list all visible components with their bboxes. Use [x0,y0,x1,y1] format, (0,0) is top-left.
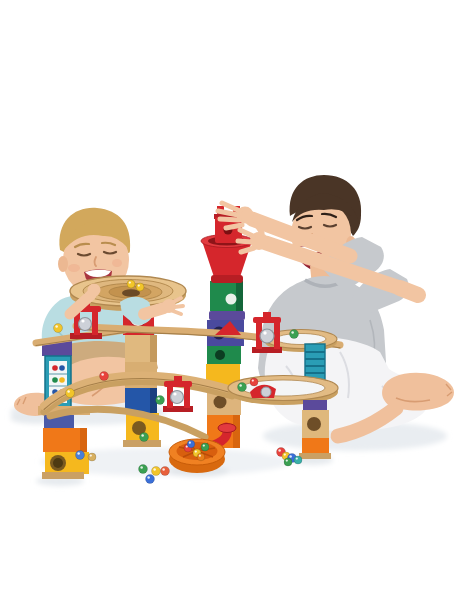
marble [290,330,299,339]
wood-cube-1-side [150,335,157,362]
gate-post [92,310,98,335]
bell-gate-middle [163,376,193,412]
bead [52,377,58,383]
bead [59,365,65,371]
marble-highlight [284,453,286,455]
bead [59,377,65,383]
marble-highlight [189,442,191,444]
spiral-support-column [123,335,161,447]
marble-highlight [157,397,160,400]
marble-highlight [296,457,298,459]
marble [201,443,209,451]
rattle-tower-exit-hole-inner [53,458,63,468]
marble-highlight [199,455,201,457]
right-column-wood-hole [307,417,321,431]
marble-highlight [162,468,165,471]
marble [54,324,63,333]
marble-highlight [141,434,144,437]
marble-highlight [129,281,131,283]
marble [140,433,149,442]
finger [173,311,181,314]
marble [100,372,109,381]
marble-highlight [252,379,254,381]
finger [174,306,183,307]
centre-purple-cap [209,311,245,320]
marble [284,458,292,466]
marble [187,440,195,448]
rattle-tower-base [42,472,84,479]
dish-chute-swirl [218,424,236,433]
marble [127,280,135,288]
red-funnel-lip [211,275,243,283]
bead [52,365,58,371]
marble [136,283,144,291]
bell-highlight [263,331,266,334]
marble [88,453,96,461]
left-boy-blush-left [68,264,80,272]
marble-highlight [289,455,292,458]
marble-highlight [140,466,143,469]
marble-highlight [77,452,80,455]
marble-run-photo [0,0,457,609]
rattle-tower-orange-cube-side [80,428,87,452]
marble-highlight [239,384,242,387]
photo-stage [0,0,457,609]
finger [220,219,239,220]
gate-post [274,321,280,349]
marble [146,475,155,484]
gate-finial [263,312,271,318]
right-column-orange-cube [302,438,329,455]
centre-green-cube-side [236,281,243,311]
gate-finial [174,376,182,382]
upper-ring-hole [276,334,326,345]
marble-highlight [67,390,70,393]
marble-highlight [286,459,288,461]
marble [161,467,170,476]
marble-highlight [90,454,92,456]
marble-highlight [195,450,197,452]
marble-highlight [291,331,294,334]
centre-green-cube-hole [226,294,237,305]
marble-highlight [55,325,58,328]
marble-highlight [203,444,205,446]
marble [294,456,302,464]
marble [250,378,258,386]
marble [197,453,205,461]
left-boy-ear [58,256,68,272]
left-boy-forearm-right [144,308,164,314]
silver-bell [79,318,92,331]
left-boy-blush-right [112,259,122,267]
marble-highlight [278,449,281,452]
centre-orange-cube-side [233,415,240,448]
marble [156,396,165,405]
marble [238,383,247,392]
finger [238,241,252,242]
marble-highlight [138,284,140,286]
lower-ring-bell [261,387,271,397]
marble [152,467,161,476]
left-boy-hand-on-spiral [88,284,101,297]
marble-highlight [101,373,104,376]
right-column-base [299,453,331,459]
bell-highlight [173,392,176,395]
silver-bell [171,391,184,404]
marble [139,465,148,474]
marble [76,451,85,460]
marble-highlight [147,476,150,479]
gate-post [184,385,190,408]
bell-highlight [81,319,84,322]
right-column-purple-cap [303,400,327,410]
marble-highlight [153,468,156,471]
silver-bell [260,329,274,343]
marble [66,389,75,398]
centre-green-cube-low-hole [215,350,225,360]
